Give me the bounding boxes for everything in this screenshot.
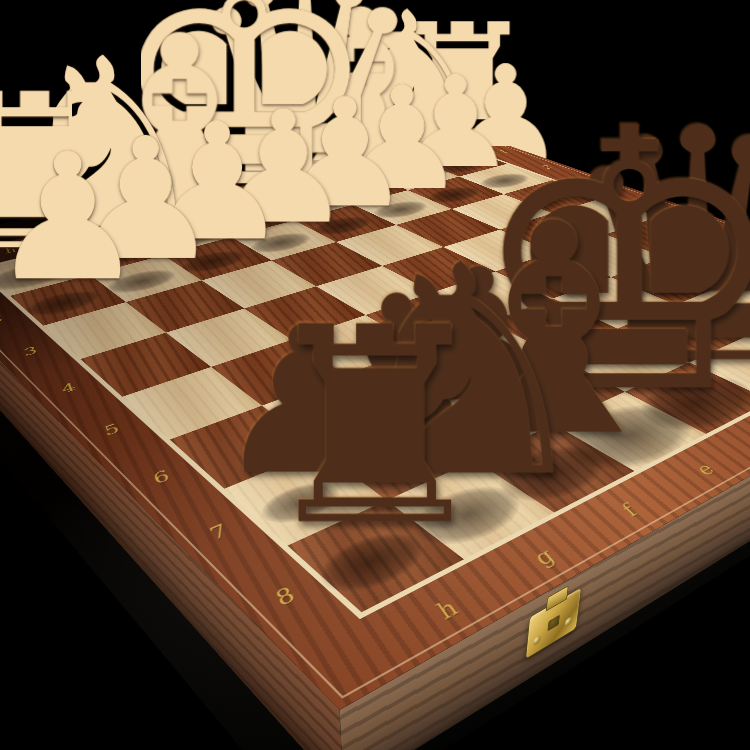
clasp-screw (564, 616, 572, 628)
white-knight-glyph: ♞ (325, 0, 501, 175)
chess-board-assembly: hhggffeeddccbbaa1122334455667788 ♜♞♝♛♚♝♞… (0, 132, 750, 710)
piece-white-rook-a1: ♜ (372, 0, 552, 162)
product-photo-stage: hhggffeeddccbbaa1122334455667788 ♜♞♝♛♚♝♞… (0, 0, 750, 750)
piece-white-knight-g1: ♞ (0, 3, 221, 253)
white-rook-glyph: ♜ (387, 8, 537, 162)
chess-scene: hhggffeeddccbbaa1122334455667788 ♜♞♝♛♚♝♞… (0, 0, 750, 750)
piece-white-knight-b1: ♞ (320, 0, 506, 175)
clasp-screw (533, 635, 541, 647)
